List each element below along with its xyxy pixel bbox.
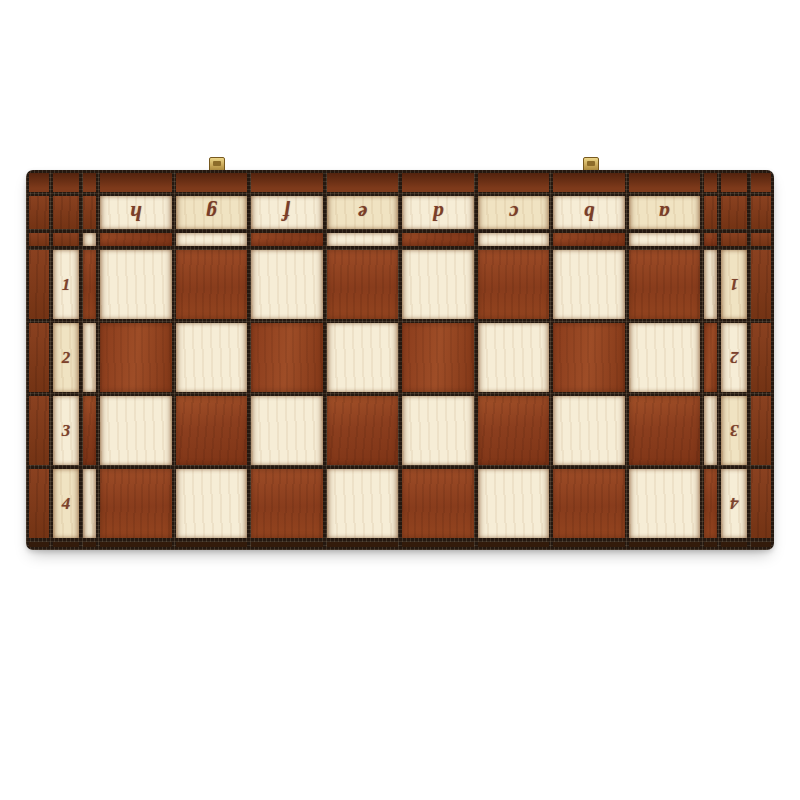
frame-top-edge — [251, 173, 323, 192]
frame-top-edge — [721, 173, 747, 192]
frame-top-edge — [629, 173, 701, 192]
square-c4 — [478, 469, 550, 538]
file-label-c: c — [509, 202, 518, 223]
frame-bottom-edge — [402, 542, 474, 547]
frame-cell — [53, 196, 79, 229]
rank-label-cell-left-3: 3 — [53, 396, 79, 465]
rank-label-cell-right-2: 2 — [721, 323, 747, 392]
square-e2 — [327, 323, 399, 392]
frame-left-edge — [29, 250, 49, 319]
square-g1 — [176, 250, 248, 319]
square-b1 — [553, 250, 625, 319]
frame-left-edge — [29, 469, 49, 538]
square-h4 — [100, 469, 172, 538]
file-label-cell-g: g — [176, 196, 248, 229]
file-label-e: e — [358, 202, 367, 223]
square-e1 — [327, 250, 399, 319]
square-h3 — [100, 396, 172, 465]
square-a3 — [629, 396, 701, 465]
square-d4 — [402, 469, 474, 538]
file-label-a: a — [659, 202, 670, 223]
rank-label-left-2: 2 — [62, 349, 71, 366]
frame-bottom-edge — [100, 542, 172, 547]
square-c1 — [478, 250, 550, 319]
frame-left-edge — [29, 196, 49, 229]
frame-cell — [721, 233, 747, 246]
file-label-g: g — [206, 202, 217, 223]
frame-top-edge — [29, 173, 49, 192]
rank-label-cell-right-1: 1 — [721, 250, 747, 319]
frame-top-edge — [83, 173, 96, 192]
side-strip-right-3 — [704, 396, 717, 465]
rank-label-cell-left-4: 4 — [53, 469, 79, 538]
frame-cell — [83, 196, 96, 229]
frame-right-edge — [751, 196, 771, 229]
side-strip-left-3 — [83, 396, 96, 465]
rank-label-left-4: 4 — [62, 495, 71, 512]
file-label-cell-h: h — [100, 196, 172, 229]
square-d2 — [402, 323, 474, 392]
frame-top-edge — [402, 173, 474, 192]
frame-bottom-edge — [251, 542, 323, 547]
side-strip-right-1 — [704, 250, 717, 319]
fold-strip-corner-left — [83, 233, 96, 246]
frame-bottom-edge — [704, 542, 717, 547]
frame-bottom-edge — [83, 542, 96, 547]
square-b2 — [553, 323, 625, 392]
frame-left-edge — [29, 396, 49, 465]
file-label-cell-e: e — [327, 196, 399, 229]
fold-strip-g — [176, 233, 248, 246]
file-label-h: h — [130, 202, 142, 223]
fold-strip-c — [478, 233, 550, 246]
square-f4 — [251, 469, 323, 538]
square-e4 — [327, 469, 399, 538]
rank-label-right-1: 1 — [730, 276, 739, 293]
frame-right-edge — [751, 250, 771, 319]
frame-cell — [53, 233, 79, 246]
side-strip-right-2 — [704, 323, 717, 392]
square-h2 — [100, 323, 172, 392]
frame-top-edge — [327, 173, 399, 192]
frame-top-edge — [704, 173, 717, 192]
square-h1 — [100, 250, 172, 319]
frame-bottom-edge — [478, 542, 550, 547]
square-g3 — [176, 396, 248, 465]
rank-label-left-3: 3 — [62, 422, 71, 439]
fold-strip-e — [327, 233, 399, 246]
file-label-cell-b: b — [553, 196, 625, 229]
square-f1 — [251, 250, 323, 319]
square-d1 — [402, 250, 474, 319]
rank-label-cell-right-3: 3 — [721, 396, 747, 465]
rank-label-left-1: 1 — [62, 276, 71, 293]
square-f2 — [251, 323, 323, 392]
square-g4 — [176, 469, 248, 538]
square-b3 — [553, 396, 625, 465]
frame-top-edge — [751, 173, 771, 192]
rank-label-right-2: 2 — [730, 349, 739, 366]
file-label-b: b — [584, 202, 595, 223]
rank-label-cell-left-2: 2 — [53, 323, 79, 392]
square-g2 — [176, 323, 248, 392]
frame-top-edge — [176, 173, 248, 192]
fold-strip-h — [100, 233, 172, 246]
frame-cell — [704, 196, 717, 229]
rank-label-cell-left-1: 1 — [53, 250, 79, 319]
frame-bottom-edge — [29, 542, 49, 547]
rank-label-cell-right-4: 4 — [721, 469, 747, 538]
file-label-cell-d: d — [402, 196, 474, 229]
frame-bottom-edge — [553, 542, 625, 547]
rank-label-right-3: 3 — [730, 422, 739, 439]
frame-bottom-edge — [176, 542, 248, 547]
photo-background: { "meta": { "scene": "overhead product p… — [0, 0, 800, 800]
square-a2 — [629, 323, 701, 392]
fold-strip-a — [629, 233, 701, 246]
frame-top-edge — [553, 173, 625, 192]
frame-right-edge — [751, 469, 771, 538]
file-label-cell-c: c — [478, 196, 550, 229]
file-label-cell-f: f — [251, 196, 323, 229]
file-label-d: d — [433, 202, 444, 223]
side-strip-left-1 — [83, 250, 96, 319]
square-f3 — [251, 396, 323, 465]
frame-bottom-edge — [53, 542, 79, 547]
frame-bottom-edge — [629, 542, 701, 547]
file-label-f: f — [283, 202, 290, 223]
square-a1 — [629, 250, 701, 319]
frame-right-edge — [751, 323, 771, 392]
square-a4 — [629, 469, 701, 538]
side-strip-right-4 — [704, 469, 717, 538]
frame-top-edge — [53, 173, 79, 192]
frame-cell — [721, 196, 747, 229]
square-d3 — [402, 396, 474, 465]
square-e3 — [327, 396, 399, 465]
frame-bottom-edge — [327, 542, 399, 547]
frame-left-edge — [29, 233, 49, 246]
side-strip-left-2 — [83, 323, 96, 392]
file-label-cell-a: a — [629, 196, 701, 229]
rank-label-right-4: 4 — [730, 495, 739, 512]
frame-top-edge — [478, 173, 550, 192]
frame-bottom-edge — [721, 542, 747, 547]
square-b4 — [553, 469, 625, 538]
square-c3 — [478, 396, 550, 465]
frame-left-edge — [29, 323, 49, 392]
frame-top-edge — [100, 173, 172, 192]
folded-chess-box: hgfedcba11223344 — [26, 170, 774, 550]
square-c2 — [478, 323, 550, 392]
fold-strip-d — [402, 233, 474, 246]
side-strip-left-4 — [83, 469, 96, 538]
frame-right-edge — [751, 396, 771, 465]
fold-strip-corner-right — [704, 233, 717, 246]
frame-bottom-edge — [751, 542, 771, 547]
frame-right-edge — [751, 233, 771, 246]
fold-strip-b — [553, 233, 625, 246]
fold-strip-f — [251, 233, 323, 246]
